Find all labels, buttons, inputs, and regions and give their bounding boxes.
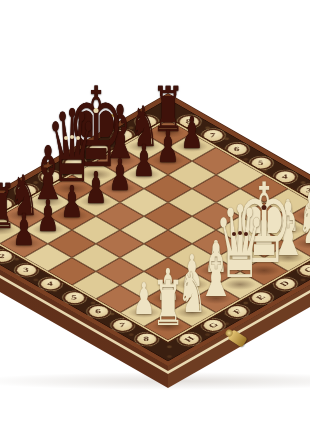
piece-glyph: ♟ <box>84 166 107 210</box>
piece-glyph: ♟ <box>133 139 156 183</box>
pieces-layer: ♜♞♝♛♚♝♞♜♟♟♟♟♟♟♟♟♟♟♟♟♟♟♟♟♜♞♝♛♚♝♞♜ <box>0 0 310 430</box>
queen-crown-tips <box>238 231 242 235</box>
piece-glyph: ♟ <box>108 153 131 197</box>
piece-glyph: ♜ <box>152 273 184 335</box>
piece-glyph: ♟ <box>36 194 59 238</box>
piece-glyph: ♟ <box>60 180 83 224</box>
queen-crown-tips <box>70 135 74 139</box>
chess-set-photo: 87654321 ABCDEFGH 12345678 ♜♞♝♛♚♝♞♜♟♟♟♟♟… <box>0 0 310 430</box>
piece-glyph: ♟ <box>12 208 35 252</box>
piece-glyph: ♟ <box>181 111 204 155</box>
piece-glyph: ♟ <box>157 125 180 169</box>
